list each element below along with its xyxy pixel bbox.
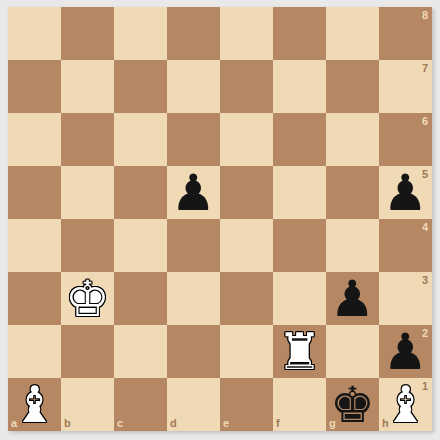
square-a7[interactable] [8,60,61,113]
file-label-d: d [170,418,177,429]
file-label-f: f [276,418,280,429]
square-g7[interactable] [326,60,379,113]
square-d6[interactable] [167,113,220,166]
square-f3[interactable] [273,272,326,325]
square-e8[interactable] [220,7,273,60]
square-d5[interactable]: ♟ [167,166,220,219]
square-g4[interactable] [326,219,379,272]
page-background: 876♟5♟4♚♟3♜2♟a♝bcdefg♚1h♝ [0,0,440,440]
square-c1[interactable]: c [114,378,167,431]
square-a5[interactable] [8,166,61,219]
black-pawn[interactable]: ♟ [326,272,379,325]
square-h1[interactable]: 1h♝ [379,378,432,431]
rank-label-4: 4 [422,222,428,233]
square-e7[interactable] [220,60,273,113]
square-c8[interactable] [114,7,167,60]
square-a8[interactable] [8,7,61,60]
square-g5[interactable] [326,166,379,219]
square-c3[interactable] [114,272,167,325]
square-h4[interactable]: 4 [379,219,432,272]
square-g2[interactable] [326,325,379,378]
square-f2[interactable]: ♜ [273,325,326,378]
square-d1[interactable]: d [167,378,220,431]
file-label-c: c [117,418,123,429]
square-e3[interactable] [220,272,273,325]
square-e1[interactable]: e [220,378,273,431]
square-b7[interactable] [61,60,114,113]
square-b8[interactable] [61,7,114,60]
chess-board: 876♟5♟4♚♟3♜2♟a♝bcdefg♚1h♝ [8,7,432,431]
square-a4[interactable] [8,219,61,272]
square-a3[interactable] [8,272,61,325]
square-e2[interactable] [220,325,273,378]
white-king[interactable]: ♚ [61,272,114,325]
square-b2[interactable] [61,325,114,378]
square-f1[interactable]: f [273,378,326,431]
square-c2[interactable] [114,325,167,378]
square-g3[interactable]: ♟ [326,272,379,325]
square-c4[interactable] [114,219,167,272]
white-rook[interactable]: ♜ [273,325,326,378]
file-label-b: b [64,418,71,429]
square-h5[interactable]: 5♟ [379,166,432,219]
square-b6[interactable] [61,113,114,166]
white-bishop[interactable]: ♝ [8,378,61,431]
square-a6[interactable] [8,113,61,166]
square-e4[interactable] [220,219,273,272]
square-b4[interactable] [61,219,114,272]
square-d4[interactable] [167,219,220,272]
square-g6[interactable] [326,113,379,166]
square-a1[interactable]: a♝ [8,378,61,431]
rank-label-6: 6 [422,116,428,127]
square-h3[interactable]: 3 [379,272,432,325]
square-d8[interactable] [167,7,220,60]
square-d2[interactable] [167,325,220,378]
square-c7[interactable] [114,60,167,113]
rank-label-8: 8 [422,10,428,21]
square-c6[interactable] [114,113,167,166]
square-f4[interactable] [273,219,326,272]
square-f8[interactable] [273,7,326,60]
square-b1[interactable]: b [61,378,114,431]
white-bishop[interactable]: ♝ [379,378,432,431]
square-g1[interactable]: g♚ [326,378,379,431]
square-a2[interactable] [8,325,61,378]
rank-label-7: 7 [422,63,428,74]
square-f7[interactable] [273,60,326,113]
square-g8[interactable] [326,7,379,60]
square-h2[interactable]: 2♟ [379,325,432,378]
square-e5[interactable] [220,166,273,219]
square-b3[interactable]: ♚ [61,272,114,325]
square-b5[interactable] [61,166,114,219]
square-c5[interactable] [114,166,167,219]
square-h8[interactable]: 8 [379,7,432,60]
black-pawn[interactable]: ♟ [379,325,432,378]
square-h7[interactable]: 7 [379,60,432,113]
square-h6[interactable]: 6 [379,113,432,166]
file-label-e: e [223,418,229,429]
black-pawn[interactable]: ♟ [379,166,432,219]
square-d7[interactable] [167,60,220,113]
square-e6[interactable] [220,113,273,166]
square-d3[interactable] [167,272,220,325]
black-king[interactable]: ♚ [326,378,379,431]
square-f5[interactable] [273,166,326,219]
rank-label-3: 3 [422,275,428,286]
black-pawn[interactable]: ♟ [167,166,220,219]
square-f6[interactable] [273,113,326,166]
